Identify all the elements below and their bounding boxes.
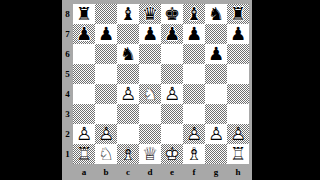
white-knight-b1[interactable]: ♞♘ <box>95 144 117 164</box>
piece-glyph: ♜ <box>73 4 95 24</box>
piece-outline-glyph: ♙ <box>183 124 205 144</box>
square-h3[interactable] <box>227 104 249 124</box>
square-b1[interactable]: ♞♘ <box>95 144 117 164</box>
square-a8[interactable]: ♜ <box>73 4 95 24</box>
square-e5[interactable] <box>161 64 183 84</box>
square-h7[interactable]: ♟ <box>227 24 249 44</box>
square-f8[interactable]: ♝ <box>183 4 205 24</box>
black-queen-d8[interactable]: ♛ <box>139 4 161 24</box>
piece-glyph: ♛ <box>139 4 161 24</box>
rank-label-4: 4 <box>62 84 73 104</box>
square-g3[interactable] <box>205 104 227 124</box>
file-label-f: f <box>183 164 205 180</box>
square-h8[interactable]: ♜ <box>227 4 249 24</box>
file-label-c: c <box>117 164 139 180</box>
square-f6[interactable] <box>183 44 205 64</box>
white-rook-h1[interactable]: ♜♖ <box>227 144 249 164</box>
rank-label-8: 8 <box>62 4 73 24</box>
square-d7[interactable]: ♟ <box>139 24 161 44</box>
square-a3[interactable] <box>73 104 95 124</box>
square-c1[interactable]: ♝♗ <box>117 144 139 164</box>
piece-glyph: ♟ <box>227 24 249 44</box>
rank-labels: 87654321 <box>62 4 73 164</box>
piece-outline-glyph: ♙ <box>73 124 95 144</box>
piece-glyph: ♟ <box>139 24 161 44</box>
piece-glyph: ♟ <box>95 24 117 44</box>
piece-outline-glyph: ♗ <box>183 144 205 164</box>
piece-outline-glyph: ♙ <box>161 84 183 104</box>
square-f1[interactable]: ♝♗ <box>183 144 205 164</box>
black-knight-c6[interactable]: ♞ <box>117 44 139 64</box>
piece-glyph: ♟ <box>205 44 227 64</box>
rank-label-7: 7 <box>62 24 73 44</box>
black-knight-g8[interactable]: ♞ <box>205 4 227 24</box>
square-g6[interactable]: ♟ <box>205 44 227 64</box>
square-h2[interactable]: ♟♙ <box>227 124 249 144</box>
chess-board[interactable]: ♜♝♛♚♝♞♜♟♟♟♟♟♟♞♟♟♙♞♘♟♙♟♙♟♙♟♙♟♙♟♙♜♖♞♘♝♗♛♕♚… <box>73 4 249 164</box>
piece-outline-glyph: ♙ <box>117 84 139 104</box>
white-pawn-a2[interactable]: ♟♙ <box>73 124 95 144</box>
square-b2[interactable]: ♟♙ <box>95 124 117 144</box>
file-labels: abcdefgh <box>73 164 249 180</box>
white-pawn-c4[interactable]: ♟♙ <box>117 84 139 104</box>
rank-label-6: 6 <box>62 44 73 64</box>
square-a1[interactable]: ♜♖ <box>73 144 95 164</box>
rank-label-5: 5 <box>62 64 73 84</box>
rank-label-3: 3 <box>62 104 73 124</box>
square-h1[interactable]: ♜♖ <box>227 144 249 164</box>
square-d1[interactable]: ♛♕ <box>139 144 161 164</box>
piece-glyph: ♜ <box>227 4 249 24</box>
square-d5[interactable] <box>139 64 161 84</box>
square-e2[interactable] <box>161 124 183 144</box>
square-b7[interactable]: ♟ <box>95 24 117 44</box>
black-pawn-h7[interactable]: ♟ <box>227 24 249 44</box>
piece-outline-glyph: ♔ <box>161 144 183 164</box>
black-king-e8[interactable]: ♚ <box>161 4 183 24</box>
white-pawn-b2[interactable]: ♟♙ <box>95 124 117 144</box>
piece-outline-glyph: ♖ <box>227 144 249 164</box>
square-f5[interactable] <box>183 64 205 84</box>
square-e3[interactable] <box>161 104 183 124</box>
square-e1[interactable]: ♚♔ <box>161 144 183 164</box>
square-f7[interactable]: ♟ <box>183 24 205 44</box>
square-e7[interactable]: ♟ <box>161 24 183 44</box>
piece-outline-glyph: ♙ <box>205 124 227 144</box>
square-g5[interactable] <box>205 64 227 84</box>
square-e6[interactable] <box>161 44 183 64</box>
piece-glyph: ♞ <box>205 4 227 24</box>
square-c7[interactable] <box>117 24 139 44</box>
black-pawn-a7[interactable]: ♟ <box>73 24 95 44</box>
black-bishop-c8[interactable]: ♝ <box>117 4 139 24</box>
square-b6[interactable] <box>95 44 117 64</box>
file-label-e: e <box>161 164 183 180</box>
white-bishop-f1[interactable]: ♝♗ <box>183 144 205 164</box>
piece-glyph: ♚ <box>161 4 183 24</box>
white-pawn-g2[interactable]: ♟♙ <box>205 124 227 144</box>
piece-outline-glyph: ♘ <box>95 144 117 164</box>
file-label-h: h <box>227 164 249 180</box>
black-rook-h8[interactable]: ♜ <box>227 4 249 24</box>
square-h4[interactable] <box>227 84 249 104</box>
square-f3[interactable] <box>183 104 205 124</box>
square-e8[interactable]: ♚ <box>161 4 183 24</box>
white-knight-d4[interactable]: ♞♘ <box>139 84 161 104</box>
square-e4[interactable]: ♟♙ <box>161 84 183 104</box>
square-c6[interactable]: ♞ <box>117 44 139 64</box>
piece-glyph: ♟ <box>161 24 183 44</box>
square-g2[interactable]: ♟♙ <box>205 124 227 144</box>
square-d2[interactable] <box>139 124 161 144</box>
white-pawn-f2[interactable]: ♟♙ <box>183 124 205 144</box>
board-panel: 87654321 ♜♝♛♚♝♞♜♟♟♟♟♟♟♞♟♟♙♞♘♟♙♟♙♟♙♟♙♟♙♟♙… <box>62 0 252 180</box>
square-a5[interactable] <box>73 64 95 84</box>
file-label-d: d <box>139 164 161 180</box>
piece-glyph: ♝ <box>183 4 205 24</box>
square-b5[interactable] <box>95 64 117 84</box>
square-c3[interactable] <box>117 104 139 124</box>
black-rook-a8[interactable]: ♜ <box>73 4 95 24</box>
white-pawn-h2[interactable]: ♟♙ <box>227 124 249 144</box>
square-f4[interactable] <box>183 84 205 104</box>
square-a7[interactable]: ♟ <box>73 24 95 44</box>
file-label-g: g <box>205 164 227 180</box>
square-h5[interactable] <box>227 64 249 84</box>
white-king-e1[interactable]: ♚♔ <box>161 144 183 164</box>
square-g4[interactable] <box>205 84 227 104</box>
square-g7[interactable] <box>205 24 227 44</box>
rank-label-2: 2 <box>62 124 73 144</box>
piece-outline-glyph: ♘ <box>139 84 161 104</box>
square-d6[interactable] <box>139 44 161 64</box>
black-pawn-f7[interactable]: ♟ <box>183 24 205 44</box>
square-a2[interactable]: ♟♙ <box>73 124 95 144</box>
square-d8[interactable]: ♛ <box>139 4 161 24</box>
piece-glyph: ♞ <box>117 44 139 64</box>
square-c8[interactable]: ♝ <box>117 4 139 24</box>
rank-label-1: 1 <box>62 144 73 164</box>
black-pawn-d7[interactable]: ♟ <box>139 24 161 44</box>
square-f2[interactable]: ♟♙ <box>183 124 205 144</box>
square-a6[interactable] <box>73 44 95 64</box>
piece-outline-glyph: ♕ <box>139 144 161 164</box>
square-g8[interactable]: ♞ <box>205 4 227 24</box>
square-d4[interactable]: ♞♘ <box>139 84 161 104</box>
square-c2[interactable] <box>117 124 139 144</box>
square-b4[interactable] <box>95 84 117 104</box>
square-b8[interactable] <box>95 4 117 24</box>
black-pawn-e7[interactable]: ♟ <box>161 24 183 44</box>
piece-outline-glyph: ♖ <box>73 144 95 164</box>
black-bishop-f8[interactable]: ♝ <box>183 4 205 24</box>
square-d3[interactable] <box>139 104 161 124</box>
square-c4[interactable]: ♟♙ <box>117 84 139 104</box>
piece-glyph: ♟ <box>73 24 95 44</box>
white-pawn-e4[interactable]: ♟♙ <box>161 84 183 104</box>
piece-glyph: ♝ <box>117 4 139 24</box>
square-a4[interactable] <box>73 84 95 104</box>
black-pawn-g6[interactable]: ♟ <box>205 44 227 64</box>
screen: 87654321 ♜♝♛♚♝♞♜♟♟♟♟♟♟♞♟♟♙♞♘♟♙♟♙♟♙♟♙♟♙♟♙… <box>0 0 320 180</box>
white-bishop-c1[interactable]: ♝♗ <box>117 144 139 164</box>
square-b3[interactable] <box>95 104 117 124</box>
file-label-a: a <box>73 164 95 180</box>
piece-outline-glyph: ♗ <box>117 144 139 164</box>
piece-glyph: ♟ <box>183 24 205 44</box>
square-g1[interactable] <box>205 144 227 164</box>
black-pawn-b7[interactable]: ♟ <box>95 24 117 44</box>
piece-outline-glyph: ♙ <box>227 124 249 144</box>
white-rook-a1[interactable]: ♜♖ <box>73 144 95 164</box>
square-c5[interactable] <box>117 64 139 84</box>
square-h6[interactable] <box>227 44 249 64</box>
file-label-b: b <box>95 164 117 180</box>
white-queen-d1[interactable]: ♛♕ <box>139 144 161 164</box>
piece-outline-glyph: ♙ <box>95 124 117 144</box>
